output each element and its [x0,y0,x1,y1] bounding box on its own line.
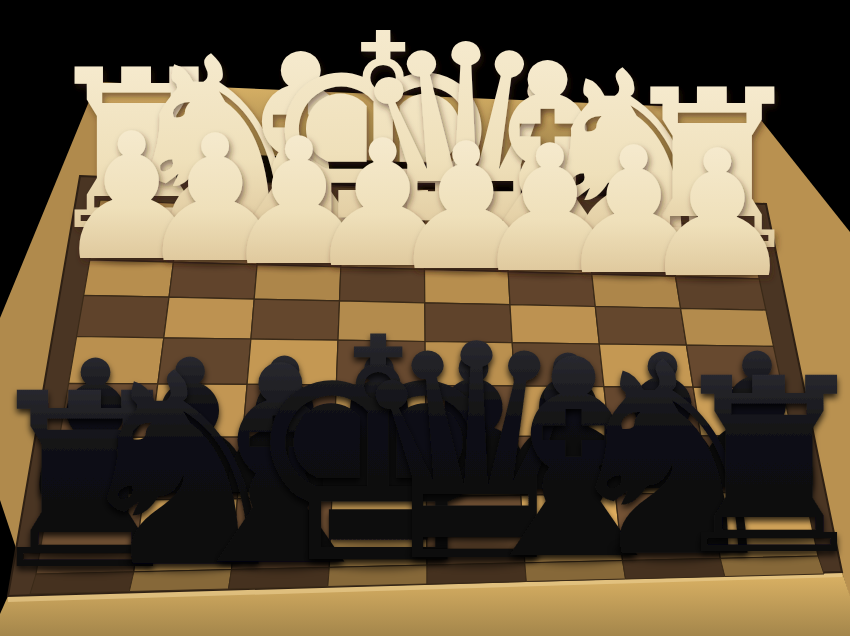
piece-white-pawn-a2: ♟ [639,113,796,316]
photo-chess-scene: ♜♞♝♚♛♝♞♜♟♟♟♟♟♟♟♟♟♟♟♟♟♟♟♟♜♞♝♚♛♝♞♜ [0,0,850,636]
chess-board: ♜♞♝♚♛♝♞♜♟♟♟♟♟♟♟♟♟♟♟♟♟♟♟♟♜♞♝♚♛♝♞♜ [0,0,850,636]
piece-black-rook-a8: ♜ [661,326,850,608]
pieces: ♜♞♝♚♛♝♞♜♟♟♟♟♟♟♟♟♟♟♟♟♟♟♟♟♜♞♝♚♛♝♞♜ [0,0,850,632]
